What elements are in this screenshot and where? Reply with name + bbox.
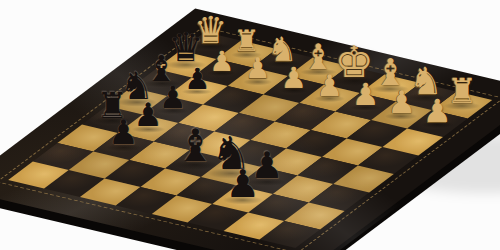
white-pawn[interactable]: ♟ [281,63,307,92]
chess-set-photo: ♛♜♞♛♝♟♚♟♝♝♟♟♞♟♞♜♟♟♟♜♟♟♟♝♞♟♟ [0,0,500,250]
black-pawn[interactable]: ♟ [225,165,259,203]
white-pawn[interactable]: ♟ [245,55,270,83]
black-pawn[interactable]: ♟ [108,116,138,150]
black-bishop[interactable]: ♝ [175,123,215,168]
white-pawn[interactable]: ♟ [210,48,235,76]
black-pawn[interactable]: ♟ [184,65,210,94]
white-pawn[interactable]: ♟ [352,79,379,110]
white-pawn[interactable]: ♟ [423,95,452,127]
white-pawn[interactable]: ♟ [316,71,343,101]
white-pawn[interactable]: ♟ [387,87,415,118]
black-pawn[interactable]: ♟ [159,82,187,113]
